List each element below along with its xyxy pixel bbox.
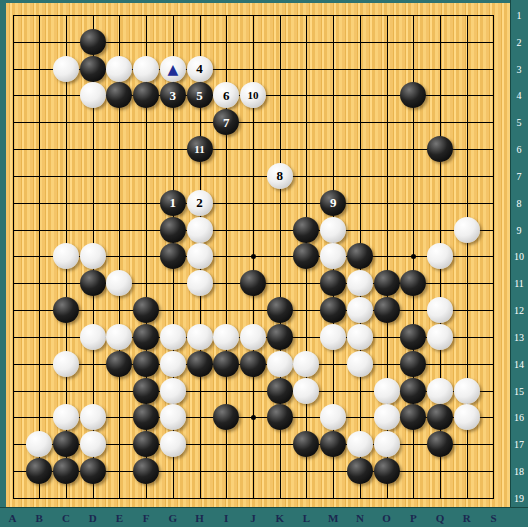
stone-white-G14 [160,351,186,377]
stone-white-R9 [454,217,480,243]
stone-black-K16 [267,404,293,430]
stone-black-O12 [374,297,400,323]
column-label-F: F [137,512,155,524]
row-label-4: 4 [511,90,527,101]
stone-white-R16 [454,404,480,430]
row-label-10: 10 [511,251,527,262]
move-number-label: 1 [170,196,177,209]
stone-white-E3 [106,56,132,82]
grid-line-vertical [493,15,494,499]
column-label-L: L [297,512,315,524]
stone-black-D2 [80,29,106,55]
stone-white-D10 [80,243,106,269]
stone-white-C16 [53,404,79,430]
stone-white-L15 [293,378,319,404]
column-label-P: P [404,512,422,524]
row-label-19: 19 [511,493,527,504]
stone-white-E11 [106,270,132,296]
stone-black-F17 [133,431,159,457]
stone-black-F13 [133,324,159,350]
row-label-9: 9 [511,225,527,236]
move-number-label: 10 [247,90,258,101]
stone-black-G8: 1 [160,190,186,216]
row-label-13: 13 [511,332,527,343]
stone-black-F12 [133,297,159,323]
column-label-O: O [378,512,396,524]
column-label-E: E [110,512,128,524]
move-number-label: 9 [330,196,337,209]
stone-black-F15 [133,378,159,404]
move-number-label: 8 [276,169,283,182]
stone-white-Q10 [427,243,453,269]
stone-white-M16 [320,404,346,430]
stone-black-I5: 7 [213,109,239,135]
row-label-8: 8 [511,198,527,209]
stone-white-C10 [53,243,79,269]
move-number-label: 3 [170,89,177,102]
stone-black-P16 [400,404,426,430]
stone-white-D17 [80,431,106,457]
stone-black-G9 [160,217,186,243]
grid-line-horizontal [13,310,495,311]
stone-black-M11 [320,270,346,296]
stone-white-K7: 8 [267,163,293,189]
stone-black-E14 [106,351,132,377]
star-point-P10 [411,254,416,259]
column-label-A: A [4,512,22,524]
stone-black-F14 [133,351,159,377]
move-number-label: 7 [223,116,230,129]
stone-black-L17 [293,431,319,457]
stone-white-C14 [53,351,79,377]
move-number-label: 2 [196,196,203,209]
row-label-11: 11 [511,278,527,289]
stone-black-C17 [53,431,79,457]
column-label-N: N [351,512,369,524]
stone-white-H11 [187,270,213,296]
left-border [0,0,6,527]
stone-white-G15 [160,378,186,404]
stone-black-Q17 [427,431,453,457]
stone-black-C18 [53,458,79,484]
row-label-16: 16 [511,412,527,423]
row-label-6: 6 [511,144,527,155]
stone-white-H8: 2 [187,190,213,216]
column-label-M: M [324,512,342,524]
column-label-I: I [217,512,235,524]
stone-white-H9 [187,217,213,243]
stone-white-I13 [213,324,239,350]
stone-black-P13 [400,324,426,350]
stone-white-E13 [106,324,132,350]
move-number-label: 11 [194,144,204,155]
stone-white-H3: 4 [187,56,213,82]
stone-black-M8: 9 [320,190,346,216]
stone-white-M9 [320,217,346,243]
stone-white-G17 [160,431,186,457]
grid-line-horizontal [13,498,495,499]
column-coordinates-strip: ABCDEFGHIJKLMNOPQRS [0,507,528,527]
stone-black-F16 [133,404,159,430]
stone-black-L9 [293,217,319,243]
stone-white-Q12 [427,297,453,323]
stone-black-H14 [187,351,213,377]
row-label-15: 15 [511,386,527,397]
row-label-5: 5 [511,117,527,128]
row-label-7: 7 [511,171,527,182]
row-label-18: 18 [511,466,527,477]
stone-black-P4 [400,82,426,108]
stone-white-H13 [187,324,213,350]
row-label-14: 14 [511,359,527,370]
stone-black-M17 [320,431,346,457]
stone-white-D13 [80,324,106,350]
stone-black-M12 [320,297,346,323]
stone-black-J14 [240,351,266,377]
stone-black-G10 [160,243,186,269]
stone-white-R15 [454,378,480,404]
row-coordinates-strip: 12345678910111213141516171819 [510,0,528,527]
stone-black-O18 [374,458,400,484]
stone-white-N12 [347,297,373,323]
stone-black-P15 [400,378,426,404]
stone-black-N10 [347,243,373,269]
stone-white-O17 [374,431,400,457]
go-app-window: ▲4356107118129 1234567891011121314151617… [0,0,528,527]
stone-black-E4 [106,82,132,108]
stone-black-K12 [267,297,293,323]
stone-white-M13 [320,324,346,350]
column-label-D: D [84,512,102,524]
stone-black-P11 [400,270,426,296]
column-label-C: C [57,512,75,524]
stone-white-N14 [347,351,373,377]
column-label-G: G [164,512,182,524]
stone-white-Q13 [427,324,453,350]
stone-white-B17 [26,431,52,457]
move-number-label: 6 [223,89,230,102]
stone-white-I4: 6 [213,82,239,108]
stone-black-I16 [213,404,239,430]
stone-black-D11 [80,270,106,296]
stone-white-Q15 [427,378,453,404]
stone-black-H6: 11 [187,136,213,162]
stone-black-P14 [400,351,426,377]
stone-black-B18 [26,458,52,484]
stone-white-F3 [133,56,159,82]
stone-white-D16 [80,404,106,430]
stone-black-K13 [267,324,293,350]
column-label-S: S [484,512,502,524]
stone-white-N17 [347,431,373,457]
stone-black-D3 [80,56,106,82]
stone-white-C3 [53,56,79,82]
stone-white-O16 [374,404,400,430]
row-label-1: 1 [511,10,527,21]
star-point-J10 [251,254,256,259]
column-label-R: R [458,512,476,524]
stone-white-D4 [80,82,106,108]
stone-white-L14 [293,351,319,377]
stone-black-Q6 [427,136,453,162]
triangle-marker-icon: ▲ [167,62,178,76]
stone-black-I14 [213,351,239,377]
stone-black-J11 [240,270,266,296]
stone-black-H4: 5 [187,82,213,108]
star-point-J16 [251,415,256,420]
stone-white-J4: 10 [240,82,266,108]
stone-black-O11 [374,270,400,296]
stone-white-G3: ▲ [160,56,186,82]
stone-black-F18 [133,458,159,484]
go-board[interactable]: ▲4356107118129 [6,3,511,508]
column-label-K: K [271,512,289,524]
column-label-B: B [30,512,48,524]
row-label-2: 2 [511,37,527,48]
stone-black-D18 [80,458,106,484]
stone-white-J13 [240,324,266,350]
stone-white-G13 [160,324,186,350]
move-number-label: 5 [196,89,203,102]
stone-black-N18 [347,458,373,484]
row-label-17: 17 [511,439,527,450]
stone-white-M10 [320,243,346,269]
stone-black-G4: 3 [160,82,186,108]
row-label-12: 12 [511,305,527,316]
move-number-label: 4 [196,62,203,75]
stone-black-C12 [53,297,79,323]
stone-white-H10 [187,243,213,269]
column-label-J: J [244,512,262,524]
stone-white-N13 [347,324,373,350]
stone-black-L10 [293,243,319,269]
stone-white-G16 [160,404,186,430]
row-label-3: 3 [511,64,527,75]
column-label-H: H [191,512,209,524]
stone-white-O15 [374,378,400,404]
stone-white-K14 [267,351,293,377]
stone-white-N11 [347,270,373,296]
top-border [0,0,528,3]
column-label-Q: Q [431,512,449,524]
stone-black-F4 [133,82,159,108]
stone-black-K15 [267,378,293,404]
stone-black-Q16 [427,404,453,430]
